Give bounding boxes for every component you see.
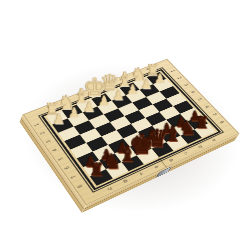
file-label-b-black-edge: b [197,145,203,149]
file-label-d-black-edge: d [169,158,175,162]
rank-label-3-h-file-edge: 3 [45,139,52,143]
rank-label-3-a-file-edge: 3 [183,83,189,86]
file-label-e-black-edge: e [154,165,160,169]
rank-label-7-a-file-edge: 7 [211,113,217,117]
piece-white-pawn-c2: ♟ [127,83,139,96]
file-label-h-black-edge: h [107,186,113,191]
piece-white-pawn-f2: ♟ [84,100,96,113]
rank-label-1-a-file-edge: 1 [170,70,176,73]
rank-label-8-a-file-edge: 8 [219,120,225,124]
piece-black-knight-g8: ♞ [103,150,121,171]
rank-label-6-a-file-edge: 6 [204,105,210,109]
rank-label-5-h-file-edge: 5 [58,157,65,161]
rank-label-1-h-file-edge: 1 [34,123,40,127]
chess-set-photo: ♜♟♟♜♞♟♟♞♝♟♟♝♛♟♟♛♚♟♟♚♝♟♟♝♞♟♟♞♜♟♟♜ aa11bb2… [0,0,250,250]
file-label-g-black-edge: g [123,179,129,184]
piece-white-pawn-e2: ♟ [98,94,110,107]
piece-white-pawn-g2: ♟ [68,106,80,120]
piece-white-pawn-d2: ♟ [113,88,125,101]
piece-white-pawn-h2: ♟ [53,112,65,126]
piece-black-rook-h8: ♜ [89,161,105,179]
rank-label-2-h-file-edge: 2 [40,131,47,135]
rank-label-5-a-file-edge: 5 [197,98,203,101]
piece-black-rook-a8: ♜ [195,114,210,130]
rank-label-6-h-file-edge: 6 [64,166,71,170]
piece-white-pawn-b2: ♟ [141,77,153,90]
file-label-c-black-edge: c [183,151,188,155]
rank-label-4-h-file-edge: 4 [51,148,58,152]
rank-label-4-a-file-edge: 4 [190,90,196,93]
rank-label-2-a-file-edge: 2 [176,76,182,79]
rank-label-7-h-file-edge: 7 [70,175,77,179]
square-a8: ♜ [194,123,215,137]
file-label-a-black-edge: a [211,138,216,142]
piece-white-pawn-a2: ♟ [155,72,166,85]
square-h2: ♟ [52,118,73,132]
file-label-f-black-edge: f [139,172,143,176]
rank-label-8-h-file-edge: 8 [77,184,84,189]
